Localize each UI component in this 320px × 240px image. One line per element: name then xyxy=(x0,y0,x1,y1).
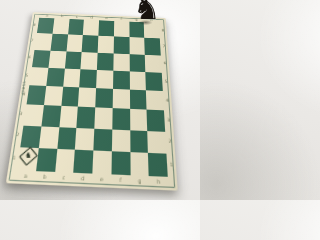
square-h6[interactable] xyxy=(145,54,162,72)
square-c3[interactable] xyxy=(59,106,78,127)
square-d8[interactable] xyxy=(83,20,99,36)
square-h5[interactable] xyxy=(146,72,163,91)
square-e6[interactable] xyxy=(97,52,114,70)
square-c5[interactable] xyxy=(63,68,81,87)
chessboard-mat: abcdefgh abcdefgh 87654321 87654321 CHES… xyxy=(6,12,178,190)
square-b2[interactable] xyxy=(39,126,59,149)
file-label-a: a xyxy=(16,174,36,180)
square-h1[interactable] xyxy=(148,153,168,177)
square-g1[interactable] xyxy=(130,152,149,176)
square-e8[interactable] xyxy=(98,20,114,36)
rank-label-3: 3 xyxy=(164,111,174,132)
square-g5[interactable] xyxy=(129,71,146,90)
square-b5[interactable] xyxy=(46,68,64,87)
rank-label-1: 1 xyxy=(166,153,176,177)
square-f6[interactable] xyxy=(113,53,129,71)
square-d3[interactable] xyxy=(77,107,96,128)
square-f3[interactable] xyxy=(112,108,130,129)
square-b6[interactable] xyxy=(48,50,66,68)
square-f8[interactable] xyxy=(114,21,129,37)
square-b1[interactable] xyxy=(36,148,57,172)
square-c4[interactable] xyxy=(61,87,80,107)
square-f1[interactable] xyxy=(111,151,130,175)
file-label-c: c xyxy=(54,175,73,181)
square-e1[interactable] xyxy=(92,150,111,174)
square-d2[interactable] xyxy=(75,127,94,150)
file-label-e: e xyxy=(92,177,111,183)
rank-label-7: 7 xyxy=(160,39,168,56)
chessboard-grid xyxy=(17,18,168,177)
square-d5[interactable] xyxy=(79,69,96,88)
square-e5[interactable] xyxy=(96,70,113,89)
square-e7[interactable] xyxy=(98,36,114,53)
file-label-b: b xyxy=(35,174,55,180)
photo-scene: abcdefgh abcdefgh 87654321 87654321 CHES… xyxy=(0,0,200,200)
file-label-d: d xyxy=(73,176,92,182)
square-d1[interactable] xyxy=(73,149,93,173)
file-label-g: g xyxy=(130,179,149,185)
square-c1[interactable] xyxy=(55,149,75,173)
file-label-f: f xyxy=(111,178,130,184)
square-c8[interactable] xyxy=(68,19,84,35)
square-d7[interactable] xyxy=(82,35,98,52)
square-b8[interactable] xyxy=(52,18,69,34)
file-label-h: h xyxy=(149,179,168,185)
square-e3[interactable] xyxy=(94,108,112,129)
square-g6[interactable] xyxy=(129,54,145,72)
square-b4[interactable] xyxy=(44,86,63,106)
square-d6[interactable] xyxy=(81,52,98,70)
square-f7[interactable] xyxy=(113,37,129,54)
square-c6[interactable] xyxy=(64,51,81,69)
square-g2[interactable] xyxy=(130,130,148,153)
square-g3[interactable] xyxy=(130,109,148,130)
black-knight-piece[interactable]: ♞ xyxy=(132,0,162,26)
square-f2[interactable] xyxy=(112,129,130,152)
square-c2[interactable] xyxy=(57,127,77,150)
square-h2[interactable] xyxy=(147,131,166,154)
square-c7[interactable] xyxy=(66,35,83,52)
square-d4[interactable] xyxy=(78,87,96,107)
rank-label-4: 4 xyxy=(163,91,172,111)
rank-label-6: 6 xyxy=(161,55,170,73)
square-e2[interactable] xyxy=(93,128,112,151)
rank-label-2: 2 xyxy=(165,131,175,153)
square-e4[interactable] xyxy=(95,88,113,108)
square-b7[interactable] xyxy=(50,34,67,51)
square-g4[interactable] xyxy=(129,90,146,110)
square-g7[interactable] xyxy=(129,37,145,54)
rank-label-5: 5 xyxy=(162,73,171,92)
square-h4[interactable] xyxy=(146,90,164,110)
square-h7[interactable] xyxy=(144,38,160,55)
square-h3[interactable] xyxy=(147,110,165,131)
square-b3[interactable] xyxy=(41,105,61,126)
square-f5[interactable] xyxy=(113,70,130,89)
square-f4[interactable] xyxy=(112,89,129,109)
